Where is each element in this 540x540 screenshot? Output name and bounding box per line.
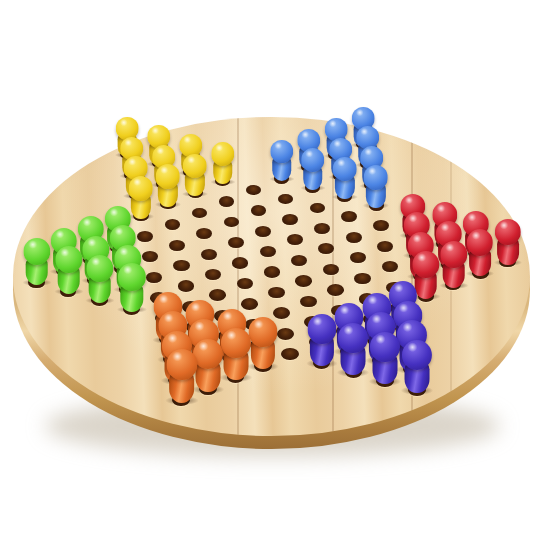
hole[interactable] — [260, 246, 276, 257]
peg-blue[interactable] — [269, 140, 294, 181]
peg-head — [370, 332, 400, 362]
hole[interactable] — [327, 284, 344, 296]
peg-yellow[interactable] — [182, 154, 208, 196]
peg-head — [440, 241, 467, 268]
hole[interactable] — [224, 217, 240, 228]
hole[interactable] — [268, 287, 285, 299]
peg-purple[interactable] — [369, 332, 401, 384]
hole[interactable] — [341, 211, 357, 222]
peg-head — [307, 314, 336, 344]
peg-red[interactable] — [494, 219, 522, 265]
hole[interactable] — [373, 220, 389, 231]
hole[interactable] — [246, 185, 261, 196]
peg-head — [338, 323, 368, 353]
hole[interactable] — [173, 260, 189, 271]
peg-head — [23, 238, 50, 265]
peg-head — [156, 164, 180, 189]
peg-orange[interactable] — [220, 328, 252, 380]
hole[interactable] — [165, 219, 181, 230]
hole[interactable] — [287, 234, 303, 245]
peg-head — [129, 176, 153, 201]
peg-purple[interactable] — [306, 314, 337, 366]
hole[interactable] — [350, 252, 366, 263]
peg-green[interactable] — [22, 238, 51, 285]
playfield — [0, 0, 540, 540]
peg-green[interactable] — [54, 246, 83, 294]
peg-blue[interactable] — [332, 157, 358, 199]
hole[interactable] — [142, 251, 158, 262]
peg-green[interactable] — [85, 255, 114, 303]
peg-orange[interactable] — [165, 349, 198, 403]
peg-head — [211, 142, 235, 166]
peg-head — [467, 229, 493, 256]
hole[interactable] — [295, 275, 312, 287]
peg-red[interactable] — [466, 229, 494, 276]
peg-head — [166, 349, 197, 380]
scene — [0, 0, 540, 540]
peg-head — [248, 317, 277, 347]
hole[interactable] — [264, 266, 280, 277]
peg-head — [301, 148, 325, 172]
hole[interactable] — [354, 273, 371, 285]
peg-head — [402, 340, 432, 370]
hole[interactable] — [377, 241, 393, 252]
peg-head — [221, 328, 251, 358]
peg-head — [118, 263, 146, 291]
peg-yellow[interactable] — [155, 164, 181, 207]
hole[interactable] — [205, 269, 221, 280]
hole[interactable] — [146, 272, 162, 284]
hole[interactable] — [300, 296, 317, 308]
peg-purple[interactable] — [401, 340, 433, 393]
hole[interactable] — [196, 228, 212, 239]
hole[interactable] — [219, 196, 234, 207]
peg-purple[interactable] — [337, 323, 369, 375]
hole[interactable] — [255, 226, 271, 237]
peg-head — [364, 165, 388, 190]
hole[interactable] — [228, 237, 244, 248]
hole[interactable] — [237, 278, 254, 290]
hole[interactable] — [251, 205, 267, 216]
hole[interactable] — [291, 255, 307, 266]
hole[interactable] — [382, 261, 398, 272]
hole[interactable] — [318, 243, 334, 254]
hole[interactable] — [169, 240, 185, 251]
hole[interactable] — [278, 194, 293, 205]
peg-blue[interactable] — [363, 165, 389, 208]
peg-yellow[interactable] — [210, 142, 235, 184]
hole[interactable] — [232, 257, 248, 268]
hole[interactable] — [137, 231, 153, 242]
peg-head — [270, 140, 294, 163]
peg-blue[interactable] — [300, 148, 325, 190]
peg-green[interactable] — [117, 263, 147, 312]
hole[interactable] — [314, 223, 330, 234]
hole[interactable] — [277, 328, 294, 340]
hole[interactable] — [323, 264, 339, 275]
hole[interactable] — [346, 232, 362, 243]
hole[interactable] — [310, 203, 325, 214]
hole[interactable] — [192, 208, 208, 219]
hole[interactable] — [178, 280, 195, 292]
hole[interactable] — [281, 348, 299, 360]
hole[interactable] — [282, 214, 298, 225]
peg-red[interactable] — [439, 241, 468, 288]
hole[interactable] — [201, 249, 217, 260]
